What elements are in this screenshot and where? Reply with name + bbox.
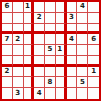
cell-r7c1[interactable]: 2 [2, 67, 13, 78]
cell-r5c6[interactable]: 1 [56, 45, 67, 56]
cell-r9c6[interactable] [56, 88, 67, 99]
given-digit: 1 [57, 46, 62, 53]
cell-r9c4[interactable]: 4 [34, 88, 45, 99]
cell-r2c1[interactable] [2, 13, 13, 24]
cell-r2c9[interactable] [88, 13, 99, 24]
given-digit: 7 [4, 36, 9, 43]
cell-r4c1[interactable]: 7 [2, 34, 13, 45]
cell-r7c8[interactable] [77, 67, 88, 78]
given-digit: 5 [48, 46, 53, 53]
cell-r8c2[interactable] [13, 77, 24, 88]
cell-r9c9[interactable] [88, 88, 99, 99]
cell-r7c5[interactable] [45, 67, 56, 78]
cell-r8c8[interactable]: 5 [77, 77, 88, 88]
cell-r9c1[interactable] [2, 88, 13, 99]
cell-r6c9[interactable] [88, 56, 99, 67]
cell-r8c7[interactable] [67, 77, 78, 88]
cell-r6c4[interactable] [34, 56, 45, 67]
sudoku-board: 61423724651218534 [0, 0, 101, 101]
cell-r8c9[interactable] [88, 77, 99, 88]
cell-r1c8[interactable]: 4 [77, 2, 88, 13]
cell-r3c6[interactable] [56, 24, 67, 35]
cell-r1c2[interactable] [13, 2, 24, 13]
given-digit: 2 [37, 14, 42, 21]
cell-r4c7[interactable]: 4 [67, 34, 78, 45]
given-digit: 8 [48, 79, 53, 86]
given-digit: 5 [80, 79, 85, 86]
cell-r6c8[interactable] [77, 56, 88, 67]
given-digit: 4 [80, 3, 85, 10]
given-digit: 3 [15, 90, 20, 97]
given-digit: 1 [25, 3, 30, 10]
cell-r2c8[interactable] [77, 13, 88, 24]
cell-r3c2[interactable] [13, 24, 24, 35]
cell-r4c3[interactable] [24, 34, 35, 45]
cell-r6c6[interactable] [56, 56, 67, 67]
cell-r4c6[interactable] [56, 34, 67, 45]
cell-r2c7[interactable]: 3 [67, 13, 78, 24]
cell-r7c3[interactable] [24, 67, 35, 78]
cell-r2c3[interactable] [24, 13, 35, 24]
cell-r9c7[interactable] [67, 88, 78, 99]
cell-r2c4[interactable]: 2 [34, 13, 45, 24]
cell-r3c8[interactable] [77, 24, 88, 35]
cell-r2c6[interactable] [56, 13, 67, 24]
cell-r8c3[interactable] [24, 77, 35, 88]
cell-r4c5[interactable] [45, 34, 56, 45]
cell-r1c1[interactable]: 6 [2, 2, 13, 13]
cell-r5c8[interactable] [77, 45, 88, 56]
cell-r2c5[interactable] [45, 13, 56, 24]
given-digit: 3 [69, 14, 74, 21]
cell-r5c1[interactable] [2, 45, 13, 56]
cell-r9c5[interactable] [45, 88, 56, 99]
cell-r8c5[interactable]: 8 [45, 77, 56, 88]
cell-r1c4[interactable] [34, 2, 45, 13]
cell-r6c3[interactable] [24, 56, 35, 67]
cell-r8c1[interactable] [2, 77, 13, 88]
cell-r3c7[interactable] [67, 24, 78, 35]
cell-r4c9[interactable]: 6 [88, 34, 99, 45]
cell-r7c7[interactable] [67, 67, 78, 78]
cell-r5c4[interactable] [34, 45, 45, 56]
cell-r3c4[interactable] [34, 24, 45, 35]
cell-r6c5[interactable] [45, 56, 56, 67]
cell-r6c2[interactable] [13, 56, 24, 67]
cell-r4c2[interactable]: 2 [13, 34, 24, 45]
cell-r4c4[interactable] [34, 34, 45, 45]
cell-r6c7[interactable] [67, 56, 78, 67]
cell-r9c8[interactable] [77, 88, 88, 99]
given-digit: 2 [4, 68, 9, 75]
cell-r8c4[interactable] [34, 77, 45, 88]
cell-r6c1[interactable] [2, 56, 13, 67]
cell-r1c3[interactable]: 1 [24, 2, 35, 13]
cell-r5c3[interactable] [24, 45, 35, 56]
cell-r5c7[interactable] [67, 45, 78, 56]
cell-r3c9[interactable] [88, 24, 99, 35]
cell-r9c2[interactable]: 3 [13, 88, 24, 99]
given-digit: 6 [91, 36, 96, 43]
given-digit: 2 [15, 36, 20, 43]
given-digit: 1 [91, 68, 96, 75]
cell-r7c9[interactable]: 1 [88, 67, 99, 78]
cell-r5c2[interactable] [13, 45, 24, 56]
cell-r1c9[interactable] [88, 2, 99, 13]
cell-r4c8[interactable] [77, 34, 88, 45]
cell-r1c7[interactable] [67, 2, 78, 13]
given-digit: 4 [69, 36, 74, 43]
cell-r1c6[interactable] [56, 2, 67, 13]
cell-r5c9[interactable] [88, 45, 99, 56]
cell-r8c6[interactable] [56, 77, 67, 88]
cell-r9c3[interactable] [24, 88, 35, 99]
cell-r7c6[interactable] [56, 67, 67, 78]
cell-r2c2[interactable] [13, 13, 24, 24]
cell-r3c1[interactable] [2, 24, 13, 35]
cell-r7c2[interactable] [13, 67, 24, 78]
cell-r1c5[interactable] [45, 2, 56, 13]
cell-r3c5[interactable] [45, 24, 56, 35]
cell-r5c5[interactable]: 5 [45, 45, 56, 56]
given-digit: 4 [37, 90, 42, 97]
cell-r7c4[interactable] [34, 67, 45, 78]
given-digit: 6 [4, 3, 9, 10]
cell-r3c3[interactable] [24, 24, 35, 35]
